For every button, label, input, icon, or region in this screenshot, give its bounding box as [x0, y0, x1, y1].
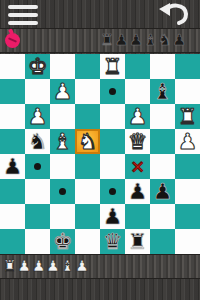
black-p-piece: ♟ — [153, 179, 173, 204]
captured-white-pawn: ♟ — [75, 254, 88, 279]
square-a1[interactable] — [0, 229, 25, 254]
white-k-piece: ♚ — [28, 54, 48, 79]
square-h4[interactable] — [175, 154, 200, 179]
white-b-piece: ♝ — [53, 129, 73, 154]
white-r-piece: ♜ — [178, 104, 198, 129]
square-f2[interactable] — [125, 204, 150, 229]
square-f7[interactable] — [125, 79, 150, 104]
square-g6[interactable] — [150, 104, 175, 129]
white-r-piece: ♜ — [103, 54, 123, 79]
square-d1[interactable] — [75, 229, 100, 254]
square-f3[interactable]: ♟ — [125, 179, 150, 204]
square-c6[interactable] — [50, 104, 75, 129]
square-a8[interactable] — [0, 54, 25, 79]
square-d7[interactable] — [75, 79, 100, 104]
undo-arrow-icon — [156, 1, 192, 27]
square-a6[interactable] — [0, 104, 25, 129]
chess-app: ♜♟♟♝♞♟ ♚♜♟♝♟♟♜♞♝♞♛♟♟✕♟♟♟♚♛♜ ♜♟♟♟♝♟ — [0, 0, 200, 300]
square-f4[interactable]: ✕ — [125, 154, 150, 179]
captured-white-pawn: ♟ — [32, 254, 45, 279]
square-e3[interactable] — [100, 179, 125, 204]
square-b7[interactable] — [25, 79, 50, 104]
captured-white-pawn: ♟ — [17, 254, 30, 279]
white-p-piece: ♟ — [53, 79, 73, 104]
white-q-piece: ♛ — [128, 129, 148, 154]
square-d4[interactable] — [75, 154, 100, 179]
square-h8[interactable] — [175, 54, 200, 79]
move-dot — [34, 163, 41, 170]
black-k-piece: ♚ — [53, 229, 73, 254]
captured-white-bishop: ♝ — [61, 254, 74, 279]
square-b1[interactable] — [25, 229, 50, 254]
square-g5[interactable] — [150, 129, 175, 154]
square-f1[interactable]: ♜ — [125, 229, 150, 254]
hamburger-menu-icon[interactable] — [8, 5, 38, 25]
move-dot — [109, 188, 116, 195]
square-e5[interactable] — [100, 129, 125, 154]
square-h6[interactable]: ♜ — [175, 104, 200, 129]
square-e7[interactable] — [100, 79, 125, 104]
square-b2[interactable] — [25, 204, 50, 229]
black-p-piece: ♟ — [103, 204, 123, 229]
square-c8[interactable] — [50, 54, 75, 79]
square-c2[interactable] — [50, 204, 75, 229]
square-f5[interactable]: ♛ — [125, 129, 150, 154]
menu-bar — [8, 21, 38, 25]
square-b4[interactable] — [25, 154, 50, 179]
square-d5[interactable]: ♞ — [75, 129, 100, 154]
square-a7[interactable] — [0, 79, 25, 104]
square-e6[interactable] — [100, 104, 125, 129]
captured-black-bishop: ♝ — [144, 28, 157, 53]
captured-black-pawn: ♟ — [115, 28, 128, 53]
captured-black-pawn: ♟ — [173, 28, 186, 53]
square-c7[interactable]: ♟ — [50, 79, 75, 104]
square-e4[interactable] — [100, 154, 125, 179]
square-b5[interactable]: ♞ — [25, 129, 50, 154]
square-d3[interactable] — [75, 179, 100, 204]
square-g4[interactable] — [150, 154, 175, 179]
menu-bar — [8, 5, 38, 9]
top-toolbar — [0, 0, 200, 28]
square-f8[interactable] — [125, 54, 150, 79]
chess-board: ♚♜♟♝♟♟♜♞♝♞♛♟♟✕♟♟♟♚♛♜ — [0, 54, 200, 254]
square-h2[interactable] — [175, 204, 200, 229]
square-a3[interactable] — [0, 179, 25, 204]
move-dot — [109, 88, 116, 95]
menu-bar — [8, 13, 38, 17]
square-e2[interactable]: ♟ — [100, 204, 125, 229]
white-p-piece: ♟ — [178, 129, 198, 154]
captured-white-tray: ♜♟♟♟♝♟ — [0, 254, 200, 279]
captured-white-pawn: ♟ — [46, 254, 59, 279]
square-g2[interactable] — [150, 204, 175, 229]
captured-black-pawn: ♟ — [129, 28, 142, 53]
captured-white-pieces: ♜♟♟♟♝♟ — [0, 254, 89, 279]
square-c1[interactable]: ♚ — [50, 229, 75, 254]
square-h1[interactable] — [175, 229, 200, 254]
square-g1[interactable] — [150, 229, 175, 254]
square-b8[interactable]: ♚ — [25, 54, 50, 79]
captured-black-knight: ♞ — [158, 28, 171, 53]
black-q-piece: ♛ — [103, 229, 123, 254]
white-p-piece: ♟ — [28, 104, 48, 129]
square-e1[interactable]: ♛ — [100, 229, 125, 254]
capture-x-mark: ✕ — [130, 157, 144, 177]
square-d6[interactable] — [75, 104, 100, 129]
square-a4[interactable]: ♟ — [0, 154, 25, 179]
square-a2[interactable] — [0, 204, 25, 229]
move-dot — [59, 188, 66, 195]
square-d2[interactable] — [75, 204, 100, 229]
square-a5[interactable] — [0, 129, 25, 154]
black-p-piece: ♟ — [128, 179, 148, 204]
square-g7[interactable]: ♝ — [150, 79, 175, 104]
square-d8[interactable] — [75, 54, 100, 79]
square-h7[interactable] — [175, 79, 200, 104]
undo-button[interactable] — [156, 1, 192, 27]
captured-white-rook: ♜ — [3, 254, 16, 279]
square-f6[interactable]: ♟ — [125, 104, 150, 129]
black-n-piece: ♞ — [28, 129, 48, 154]
white-p-piece: ♟ — [128, 104, 148, 129]
timer-icon — [5, 33, 20, 48]
captured-black-rook: ♜ — [100, 28, 113, 53]
square-c5[interactable]: ♝ — [50, 129, 75, 154]
square-c3[interactable] — [50, 179, 75, 204]
square-g3[interactable]: ♟ — [150, 179, 175, 204]
captured-black-tray: ♜♟♟♝♞♟ — [0, 28, 200, 53]
square-h3[interactable] — [175, 179, 200, 204]
captured-black-pieces: ♜♟♟♝♞♟ — [100, 28, 200, 53]
square-b6[interactable]: ♟ — [25, 104, 50, 129]
square-b3[interactable] — [25, 179, 50, 204]
white-n-piece: ♞ — [78, 129, 98, 154]
square-c4[interactable] — [50, 154, 75, 179]
square-g8[interactable] — [150, 54, 175, 79]
black-b-piece: ♝ — [153, 79, 173, 104]
black-p-piece: ♟ — [3, 154, 23, 179]
square-e8[interactable]: ♜ — [100, 54, 125, 79]
black-r-piece: ♜ — [128, 229, 148, 254]
square-h5[interactable]: ♟ — [175, 129, 200, 154]
